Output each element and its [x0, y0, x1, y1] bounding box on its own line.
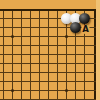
stones-grid: A: [0, 5, 98, 100]
move-label-A[interactable]: A: [81, 25, 90, 34]
go-board[interactable]: A: [0, 0, 100, 100]
